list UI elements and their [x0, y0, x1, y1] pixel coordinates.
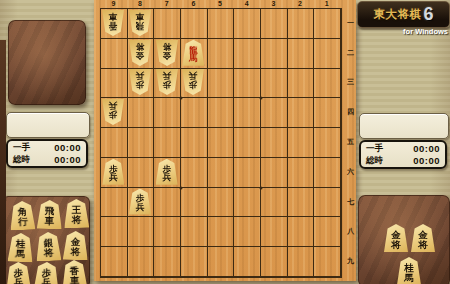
square-8-8[interactable] [128, 217, 155, 247]
square-2-1[interactable] [288, 9, 315, 39]
square-4-9[interactable] [234, 247, 261, 277]
star-point [260, 186, 263, 189]
piece-kanji: 歩兵 [162, 72, 171, 92]
piece-kanji: 金将 [162, 43, 171, 63]
square-9-7[interactable] [101, 188, 128, 218]
left-player-clock: 一手 00:00 総時 00:00 [6, 139, 88, 168]
rank-label-2: 二 [345, 38, 356, 68]
square-2-3[interactable] [288, 69, 315, 99]
square-5-6[interactable] [208, 158, 235, 188]
piece-kanji: 歩兵 [136, 72, 145, 92]
square-3-7[interactable] [261, 188, 288, 218]
piece-kanji: 金将 [418, 227, 428, 249]
piece-kanji: 桂馬 [15, 236, 25, 259]
square-3-2[interactable] [261, 39, 288, 69]
rank-label-7: 七 [345, 187, 356, 217]
rank-label-6: 六 [345, 157, 356, 187]
rank-label-4: 四 [345, 97, 356, 127]
square-2-9[interactable] [288, 247, 315, 277]
piece-kanji: 銀将 [43, 235, 53, 258]
square-9-3[interactable] [101, 69, 128, 99]
square-8-6[interactable] [128, 158, 155, 188]
square-6-6[interactable] [181, 158, 208, 188]
piece-kanji: 歩兵 [136, 191, 145, 211]
star-point [180, 97, 183, 100]
square-6-5[interactable] [181, 128, 208, 158]
square-1-2[interactable] [314, 39, 341, 69]
logo-version-number: 6 [423, 4, 433, 25]
square-4-5[interactable] [234, 128, 261, 158]
square-7-5[interactable] [154, 128, 181, 158]
square-2-2[interactable] [288, 39, 315, 69]
square-9-8[interactable] [101, 217, 128, 247]
left-clock-total-label: 総時 [13, 154, 30, 166]
file-label-5: 5 [207, 0, 234, 8]
piece-kanji: 飛車 [45, 203, 55, 226]
piece-kanji: 金将 [136, 43, 145, 63]
square-3-4[interactable] [261, 98, 288, 128]
square-7-1[interactable] [154, 9, 181, 39]
right-clock-move-label: 一手 [366, 143, 383, 155]
piece-kanji: 金将 [71, 234, 81, 257]
piece-kanji: 歩兵 [14, 265, 24, 284]
square-3-3[interactable] [261, 69, 288, 99]
square-9-2[interactable] [101, 39, 128, 69]
rank-label-3: 三 [345, 68, 356, 98]
square-4-1[interactable] [234, 9, 261, 39]
file-label-3: 3 [260, 0, 287, 8]
square-7-8[interactable] [154, 217, 181, 247]
square-4-6[interactable] [234, 158, 261, 188]
sente-piece-桂馬[interactable]: 桂馬 [8, 233, 34, 263]
piece-kanji: 香車 [109, 13, 118, 33]
sente-piece-金将[interactable]: 金将 [384, 224, 408, 252]
piece-kanji: 桂馬 [404, 260, 414, 282]
file-label-8: 8 [127, 0, 154, 8]
star-point [260, 97, 263, 100]
square-2-6[interactable] [288, 158, 315, 188]
file-label-6: 6 [180, 0, 207, 8]
piece-kanji: 香車 [69, 263, 79, 284]
piece-kanji: 歩兵 [162, 162, 171, 182]
square-5-4[interactable] [208, 98, 235, 128]
square-4-4[interactable] [234, 98, 261, 128]
shogi-board: 987654321一二三四五六七八九香車飛車金将金将龍馬歩兵歩兵歩兵歩兵歩兵歩兵… [94, 0, 356, 281]
sente-piece-歩兵[interactable]: 歩兵 [6, 262, 32, 284]
sente-piece-飛車[interactable]: 飛車 [37, 200, 63, 229]
square-1-7[interactable] [314, 188, 341, 218]
square-6-7[interactable] [181, 188, 208, 218]
piece-kanji: 歩兵 [41, 265, 51, 284]
sente-piece-歩兵[interactable]: 歩兵 [34, 262, 60, 284]
square-9-5[interactable] [101, 128, 128, 158]
square-3-5[interactable] [261, 128, 288, 158]
rank-label-9: 九 [345, 246, 356, 276]
square-5-3[interactable] [208, 69, 235, 99]
square-3-9[interactable] [261, 247, 288, 277]
left-player-name-plate [6, 112, 90, 138]
left-clock-move-row: 一手 00:00 [13, 142, 81, 154]
square-7-4[interactable] [154, 98, 181, 128]
shogi-app-window: 東大将棋 6 for Windows 一手 00:00 総時 00:00 一手 … [0, 0, 450, 284]
file-label-2: 2 [287, 0, 314, 8]
sente-komadai: 金将金将桂馬 [358, 195, 450, 284]
sente-piece-角行[interactable]: 角行 [10, 201, 36, 231]
sente-piece-銀将[interactable]: 銀将 [36, 232, 62, 262]
square-9-9[interactable] [101, 247, 128, 277]
square-6-9[interactable] [181, 247, 208, 277]
square-5-8[interactable] [208, 217, 235, 247]
square-6-4[interactable] [181, 98, 208, 128]
file-label-1: 1 [313, 0, 340, 8]
piece-kanji: 龍馬 [189, 43, 198, 63]
square-4-7[interactable] [234, 188, 261, 218]
right-clock-move-row: 一手 00:00 [366, 143, 440, 155]
square-7-7[interactable] [154, 188, 181, 218]
sente-piece-香車[interactable]: 香車 [62, 260, 88, 284]
square-5-1[interactable] [208, 9, 235, 39]
sente-piece-金将[interactable]: 金将 [411, 224, 435, 252]
square-3-1[interactable] [261, 9, 288, 39]
square-1-5[interactable] [314, 128, 341, 158]
square-5-2[interactable] [208, 39, 235, 69]
sente-piece-桂馬[interactable]: 桂馬 [397, 257, 421, 284]
square-1-6[interactable] [314, 158, 341, 188]
square-2-5[interactable] [288, 128, 315, 158]
square-5-7[interactable] [208, 188, 235, 218]
left-clock-total-row: 総時 00:00 [13, 154, 81, 166]
square-3-8[interactable] [261, 217, 288, 247]
app-logo: 東大将棋 6 [357, 1, 450, 28]
piece-kanji: 角行 [17, 204, 27, 227]
piece-kanji: 王将 [72, 202, 82, 225]
square-1-9[interactable] [314, 247, 341, 277]
piece-box-tray: 角行飛車王将桂馬銀将金将歩兵歩兵香車 [2, 196, 90, 284]
piece-kanji: 飛車 [136, 13, 145, 33]
right-clock-total-time: 00:00 [413, 155, 440, 166]
square-6-8[interactable] [181, 217, 208, 247]
square-7-9[interactable] [154, 247, 181, 277]
right-clock-move-time: 00:00 [413, 143, 440, 154]
square-8-9[interactable] [128, 247, 155, 277]
square-5-5[interactable] [208, 128, 235, 158]
square-1-4[interactable] [314, 98, 341, 128]
square-6-1[interactable] [181, 9, 208, 39]
logo-title: 東大将棋 [373, 7, 421, 22]
sente-piece-金将[interactable]: 金将 [63, 231, 89, 260]
square-2-4[interactable] [288, 98, 315, 128]
piece-kanji: 金将 [391, 227, 401, 249]
gote-piece-金将[interactable]: 金将 [129, 40, 151, 66]
square-8-4[interactable] [128, 98, 155, 128]
rank-label-5: 五 [345, 127, 356, 157]
right-player-name-plate [359, 113, 449, 139]
rank-label-8: 八 [345, 216, 356, 246]
file-label-7: 7 [153, 0, 180, 8]
square-3-6[interactable] [261, 158, 288, 188]
right-player-clock: 一手 00:00 総時 00:00 [359, 140, 447, 169]
file-label-9: 9 [100, 0, 127, 8]
right-clock-total-row: 総時 00:00 [366, 155, 440, 167]
piece-kanji: 歩兵 [109, 162, 118, 182]
square-2-8[interactable] [288, 217, 315, 247]
sente-piece-王将[interactable]: 王将 [64, 199, 90, 228]
left-clock-move-time: 00:00 [54, 142, 81, 153]
right-clock-total-label: 総時 [366, 155, 383, 167]
square-1-1[interactable] [314, 9, 341, 39]
square-4-8[interactable] [234, 217, 261, 247]
logo-subtitle: for Windows [357, 27, 448, 36]
left-clock-total-time: 00:00 [54, 154, 81, 165]
square-4-2[interactable] [234, 39, 261, 69]
piece-kanji: 歩兵 [189, 72, 198, 92]
room-edge-shadow [0, 40, 6, 284]
square-5-9[interactable] [208, 247, 235, 277]
gote-komadai-empty [8, 20, 86, 105]
square-8-5[interactable] [128, 128, 155, 158]
file-label-4: 4 [233, 0, 260, 8]
star-point [180, 186, 183, 189]
rank-label-1: 一 [345, 8, 356, 38]
square-1-8[interactable] [314, 217, 341, 247]
piece-kanji: 歩兵 [109, 102, 118, 122]
square-2-7[interactable] [288, 188, 315, 218]
left-clock-move-label: 一手 [13, 142, 30, 154]
square-1-3[interactable] [314, 69, 341, 99]
square-4-3[interactable] [234, 69, 261, 99]
